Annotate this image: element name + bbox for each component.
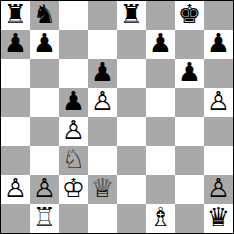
square-d7[interactable] — [88, 30, 117, 59]
square-f7[interactable]: ♟ — [146, 30, 175, 59]
square-d2[interactable]: ♕ — [88, 175, 117, 204]
white-pawn: ♙ — [91, 88, 114, 116]
board-frame: ♜♞♜♚♟♟♟♟♟♟♟♙♙♙♘♙♙♔♕♙♖♗♛ — [0, 0, 234, 234]
white-knight: ♘ — [62, 146, 85, 174]
square-a7[interactable]: ♟ — [1, 30, 30, 59]
square-b2[interactable]: ♙ — [30, 175, 59, 204]
black-rook: ♜ — [4, 1, 27, 29]
square-e3[interactable] — [117, 146, 146, 175]
square-d5[interactable]: ♙ — [88, 88, 117, 117]
square-c1[interactable] — [59, 204, 88, 233]
square-d3[interactable] — [88, 146, 117, 175]
square-d6[interactable]: ♟ — [88, 59, 117, 88]
square-g4[interactable] — [175, 117, 204, 146]
white-pawn: ♙ — [207, 175, 230, 203]
square-e2[interactable] — [117, 175, 146, 204]
white-bishop: ♗ — [149, 204, 172, 232]
square-f4[interactable] — [146, 117, 175, 146]
square-f1[interactable]: ♗ — [146, 204, 175, 233]
square-g5[interactable] — [175, 88, 204, 117]
square-a2[interactable]: ♙ — [1, 175, 30, 204]
black-pawn: ♟ — [4, 30, 27, 58]
square-h7[interactable]: ♟ — [204, 30, 233, 59]
square-f6[interactable] — [146, 59, 175, 88]
square-d1[interactable] — [88, 204, 117, 233]
square-a5[interactable] — [1, 88, 30, 117]
square-b6[interactable] — [30, 59, 59, 88]
square-e1[interactable] — [117, 204, 146, 233]
white-queen: ♕ — [91, 175, 114, 203]
square-b7[interactable]: ♟ — [30, 30, 59, 59]
square-c3[interactable]: ♘ — [59, 146, 88, 175]
square-b8[interactable]: ♞ — [30, 1, 59, 30]
square-e6[interactable] — [117, 59, 146, 88]
square-d8[interactable] — [88, 1, 117, 30]
white-rook: ♖ — [33, 204, 56, 232]
square-a8[interactable]: ♜ — [1, 1, 30, 30]
square-h8[interactable] — [204, 1, 233, 30]
square-g7[interactable] — [175, 30, 204, 59]
square-c7[interactable] — [59, 30, 88, 59]
white-pawn: ♙ — [62, 117, 85, 145]
square-b5[interactable] — [30, 88, 59, 117]
square-g1[interactable] — [175, 204, 204, 233]
black-king: ♚ — [178, 1, 201, 29]
square-g3[interactable] — [175, 146, 204, 175]
square-a1[interactable] — [1, 204, 30, 233]
white-pawn: ♙ — [33, 175, 56, 203]
square-h6[interactable] — [204, 59, 233, 88]
black-queen: ♛ — [207, 204, 230, 232]
white-king: ♔ — [62, 175, 85, 203]
square-a6[interactable] — [1, 59, 30, 88]
square-c5[interactable]: ♟ — [59, 88, 88, 117]
square-g6[interactable]: ♟ — [175, 59, 204, 88]
square-c6[interactable] — [59, 59, 88, 88]
black-pawn: ♟ — [62, 88, 85, 116]
square-f2[interactable] — [146, 175, 175, 204]
black-pawn: ♟ — [207, 30, 230, 58]
square-g2[interactable] — [175, 175, 204, 204]
white-pawn: ♙ — [4, 175, 27, 203]
square-a3[interactable] — [1, 146, 30, 175]
square-c2[interactable]: ♔ — [59, 175, 88, 204]
black-pawn: ♟ — [91, 59, 114, 87]
square-h4[interactable] — [204, 117, 233, 146]
black-rook: ♜ — [120, 1, 143, 29]
square-f3[interactable] — [146, 146, 175, 175]
square-d4[interactable] — [88, 117, 117, 146]
square-e5[interactable] — [117, 88, 146, 117]
square-h3[interactable] — [204, 146, 233, 175]
square-a4[interactable] — [1, 117, 30, 146]
square-b3[interactable] — [30, 146, 59, 175]
square-h2[interactable]: ♙ — [204, 175, 233, 204]
black-pawn: ♟ — [149, 30, 172, 58]
square-h1[interactable]: ♛ — [204, 204, 233, 233]
square-f5[interactable] — [146, 88, 175, 117]
square-c4[interactable]: ♙ — [59, 117, 88, 146]
chess-board: ♜♞♜♚♟♟♟♟♟♟♟♙♙♙♘♙♙♔♕♙♖♗♛ — [1, 1, 233, 233]
square-c8[interactable] — [59, 1, 88, 30]
white-pawn: ♙ — [207, 88, 230, 116]
square-g8[interactable]: ♚ — [175, 1, 204, 30]
square-h5[interactable]: ♙ — [204, 88, 233, 117]
square-e8[interactable]: ♜ — [117, 1, 146, 30]
square-b4[interactable] — [30, 117, 59, 146]
square-e4[interactable] — [117, 117, 146, 146]
black-pawn: ♟ — [33, 30, 56, 58]
square-e7[interactable] — [117, 30, 146, 59]
black-knight: ♞ — [33, 1, 56, 29]
black-pawn: ♟ — [178, 59, 201, 87]
square-f8[interactable] — [146, 1, 175, 30]
square-b1[interactable]: ♖ — [30, 204, 59, 233]
